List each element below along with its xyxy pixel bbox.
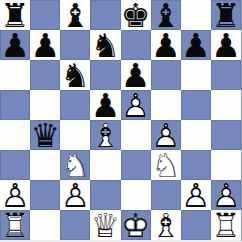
white-rook[interactable]: ♜♖ [0,210,30,240]
square-g7[interactable]: ♟ [181,30,211,60]
black-pawn[interactable]: ♟ [30,30,60,60]
square-b3[interactable] [30,150,60,180]
black-knight[interactable]: ♞ [60,60,90,90]
square-c8[interactable]: ♝ [60,0,90,30]
white-knight[interactable]: ♞♘ [151,150,181,180]
square-c2[interactable]: ♟♙ [60,180,90,210]
square-f1[interactable]: ♝♗ [151,210,181,240]
bishop-outline-glyph: ♗ [151,210,181,240]
pawn-outline-glyph: ♙ [181,180,211,210]
square-e5[interactable]: ♟♙ [121,90,151,120]
square-f7[interactable]: ♟ [151,30,181,60]
black-bishop[interactable]: ♝ [60,0,90,30]
square-g1[interactable] [181,210,211,240]
chess-board-frame: ♜♝♚♝♜♟♟♞♟♟♟♞♟♟♟♙♛♝♗♟♙♞♘♞♘♟♙♟♙♟♙♟♙♜♖♛♕♚♔♝… [0,0,242,242]
square-d4[interactable]: ♝♗ [90,120,120,150]
square-a6[interactable] [0,60,30,90]
black-queen[interactable]: ♛ [30,120,60,150]
square-g4[interactable] [181,120,211,150]
square-e8[interactable]: ♚ [121,0,151,30]
square-h6[interactable] [211,60,241,90]
square-h4[interactable] [211,120,241,150]
knight-outline-glyph: ♘ [151,150,181,180]
square-d1[interactable]: ♛♕ [90,210,120,240]
white-pawn[interactable]: ♟♙ [181,180,211,210]
square-b4[interactable]: ♛ [30,120,60,150]
king-outline-glyph: ♔ [121,210,151,240]
square-a7[interactable]: ♟ [0,30,30,60]
pawn-outline-glyph: ♙ [60,180,90,210]
square-h7[interactable]: ♟ [211,30,241,60]
black-king[interactable]: ♚ [121,0,151,30]
white-pawn[interactable]: ♟♙ [60,180,90,210]
square-e1[interactable]: ♚♔ [121,210,151,240]
square-g5[interactable] [181,90,211,120]
black-pawn[interactable]: ♟ [211,30,241,60]
square-h1[interactable]: ♜♖ [211,210,241,240]
pawn-outline-glyph: ♙ [121,90,151,120]
square-b6[interactable] [30,60,60,90]
white-bishop[interactable]: ♝♗ [90,120,120,150]
black-pawn[interactable]: ♟ [181,30,211,60]
square-d3[interactable] [90,150,120,180]
square-e3[interactable] [121,150,151,180]
rook-outline-glyph: ♖ [211,210,241,240]
bishop-outline-glyph: ♗ [90,120,120,150]
square-g2[interactable]: ♟♙ [181,180,211,210]
square-b7[interactable]: ♟ [30,30,60,60]
square-a4[interactable] [0,120,30,150]
square-f3[interactable]: ♞♘ [151,150,181,180]
square-a5[interactable] [0,90,30,120]
square-e4[interactable] [121,120,151,150]
square-h5[interactable] [211,90,241,120]
square-g6[interactable] [181,60,211,90]
black-pawn[interactable]: ♟ [0,30,30,60]
square-c1[interactable] [60,210,90,240]
square-f6[interactable] [151,60,181,90]
square-c6[interactable]: ♞ [60,60,90,90]
square-b2[interactable] [30,180,60,210]
square-c5[interactable] [60,90,90,120]
square-a1[interactable]: ♜♖ [0,210,30,240]
black-knight[interactable]: ♞ [90,30,120,60]
white-queen[interactable]: ♛♕ [90,210,120,240]
white-bishop[interactable]: ♝♗ [151,210,181,240]
rook-outline-glyph: ♖ [0,210,30,240]
white-pawn[interactable]: ♟♙ [121,90,151,120]
square-d7[interactable]: ♞ [90,30,120,60]
chess-board: ♜♝♚♝♜♟♟♞♟♟♟♞♟♟♟♙♛♝♗♟♙♞♘♞♘♟♙♟♙♟♙♟♙♜♖♛♕♚♔♝… [0,0,241,240]
white-rook[interactable]: ♜♖ [211,210,241,240]
white-king[interactable]: ♚♔ [121,210,151,240]
queen-outline-glyph: ♕ [90,210,120,240]
square-b1[interactable] [30,210,60,240]
black-pawn[interactable]: ♟ [151,30,181,60]
